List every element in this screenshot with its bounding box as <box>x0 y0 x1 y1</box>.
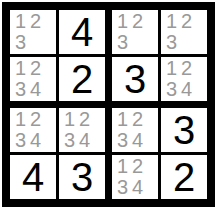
cell-r2c4[interactable]: 1234 <box>161 57 207 101</box>
candidate-marks: 1234 <box>10 57 56 100</box>
candidate-slot-3: 3 <box>13 32 28 53</box>
candidate-slot-1: 1 <box>13 109 28 130</box>
solved-digit: 4 <box>59 10 105 54</box>
candidate-slot-4: 4 <box>179 79 194 100</box>
candidate-slot-2: 2 <box>130 156 145 177</box>
candidate-marks: 123 <box>112 10 158 53</box>
cell-r3c2[interactable]: 1234 <box>59 108 105 152</box>
candidate-slot-2: 2 <box>179 58 194 79</box>
cell-r3c4[interactable]: 3 <box>161 108 207 152</box>
candidate-slot-3: 3 <box>115 130 130 151</box>
candidate-slot-4 <box>130 32 145 53</box>
candidate-slot-4: 4 <box>130 177 145 198</box>
solved-digit: 3 <box>59 155 105 199</box>
solved-digit: 2 <box>161 155 207 199</box>
candidate-slot-3: 3 <box>164 79 179 100</box>
candidate-slot-4: 4 <box>28 79 43 100</box>
candidate-slot-2: 2 <box>130 11 145 32</box>
cell-r4c3[interactable]: 1234 <box>112 155 158 199</box>
candidate-slot-1: 1 <box>164 58 179 79</box>
candidate-marks: 123 <box>161 10 207 53</box>
cell-r4c2[interactable]: 3 <box>59 155 105 199</box>
solved-digit: 3 <box>112 57 158 101</box>
solved-digit: 3 <box>161 108 207 152</box>
candidate-slot-2: 2 <box>77 109 92 130</box>
cell-r2c2[interactable]: 2 <box>59 57 105 101</box>
candidate-slot-4 <box>179 32 194 53</box>
sudoku-board: 1234123123123423123412341234123434312342 <box>2 2 215 207</box>
cell-r1c1[interactable]: 123 <box>10 10 56 54</box>
candidate-marks: 1234 <box>10 108 56 151</box>
solved-digit: 4 <box>10 155 56 199</box>
candidate-slot-4 <box>28 32 43 53</box>
candidate-slot-1: 1 <box>62 109 77 130</box>
candidate-marks: 1234 <box>112 155 158 198</box>
cell-r2c1[interactable]: 1234 <box>10 57 56 101</box>
candidate-slot-2: 2 <box>179 11 194 32</box>
candidate-marks: 1234 <box>112 108 158 151</box>
candidate-slot-1: 1 <box>13 11 28 32</box>
candidate-slot-1: 1 <box>115 109 130 130</box>
cell-r4c4[interactable]: 2 <box>161 155 207 199</box>
candidate-marks: 123 <box>10 10 56 53</box>
candidate-slot-2: 2 <box>130 109 145 130</box>
candidate-slot-3: 3 <box>115 177 130 198</box>
candidate-slot-2: 2 <box>28 58 43 79</box>
candidate-slot-3: 3 <box>164 32 179 53</box>
cell-r3c1[interactable]: 1234 <box>10 108 56 152</box>
candidate-slot-4: 4 <box>28 130 43 151</box>
candidate-slot-3: 3 <box>13 130 28 151</box>
candidate-slot-1: 1 <box>115 156 130 177</box>
cell-r1c3[interactable]: 123 <box>112 10 158 54</box>
candidate-slot-1: 1 <box>164 11 179 32</box>
candidate-slot-1: 1 <box>13 58 28 79</box>
candidate-slot-3: 3 <box>13 79 28 100</box>
candidate-slot-4: 4 <box>130 130 145 151</box>
candidate-slot-2: 2 <box>28 109 43 130</box>
candidate-slot-3: 3 <box>62 130 77 151</box>
cell-r3c3[interactable]: 1234 <box>112 108 158 152</box>
candidate-slot-2: 2 <box>28 11 43 32</box>
page: 1234123123123423123412341234123434312342 <box>0 0 221 213</box>
cell-r4c1[interactable]: 4 <box>10 155 56 199</box>
cell-r1c4[interactable]: 123 <box>161 10 207 54</box>
cell-r2c3[interactable]: 3 <box>112 57 158 101</box>
cell-r1c2[interactable]: 4 <box>59 10 105 54</box>
candidate-slot-4: 4 <box>77 130 92 151</box>
solved-digit: 2 <box>59 57 105 101</box>
candidate-slot-1: 1 <box>115 11 130 32</box>
candidate-marks: 1234 <box>59 108 105 151</box>
candidate-slot-3: 3 <box>115 32 130 53</box>
candidate-marks: 1234 <box>161 57 207 100</box>
